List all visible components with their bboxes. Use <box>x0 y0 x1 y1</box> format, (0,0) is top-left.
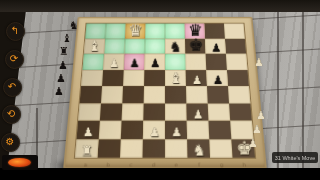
square-e5[interactable]: ♝ <box>165 70 186 86</box>
square-h3[interactable] <box>229 103 252 121</box>
piece-black-pawn-c6[interactable]: ♟ <box>129 58 139 69</box>
piece-white-bishop-e5[interactable]: ♝ <box>169 71 182 86</box>
piece-black-pawn-d6[interactable]: ♟ <box>150 58 160 69</box>
square-d1[interactable] <box>142 139 165 158</box>
piece-black-queen-f8[interactable]: ♛ <box>188 22 202 38</box>
captured-white-pawn: ♟ <box>248 138 258 149</box>
file-label-f: f <box>188 162 211 168</box>
square-g3[interactable] <box>208 103 230 121</box>
square-d8[interactable] <box>145 23 165 38</box>
square-f4[interactable] <box>186 86 208 103</box>
captured-black-pawn: ♟ <box>58 60 68 71</box>
square-f8[interactable]: ♛ <box>185 23 205 38</box>
square-a1[interactable]: ♜ <box>75 139 99 158</box>
file-label-e: e <box>165 162 188 168</box>
square-d6[interactable]: ♟ <box>144 54 165 70</box>
square-a6[interactable] <box>82 54 104 70</box>
square-h6[interactable] <box>226 54 248 70</box>
captured-black-bishop: ♝ <box>62 33 72 44</box>
piece-white-rook-a1[interactable]: ♜ <box>80 144 92 158</box>
watermark-orange-oval <box>8 158 31 167</box>
piece-white-pawn-d2[interactable]: ♟ <box>149 127 160 139</box>
plank-seam <box>302 12 304 168</box>
square-c5[interactable] <box>123 70 144 86</box>
square-a3[interactable] <box>78 103 101 121</box>
square-e6[interactable] <box>165 54 186 70</box>
square-g1[interactable] <box>209 139 232 158</box>
square-e7[interactable]: ♞ <box>165 38 185 53</box>
square-b7[interactable] <box>104 38 125 53</box>
piece-black-knight-e7[interactable]: ♞ <box>169 40 181 54</box>
square-f3[interactable]: ♟ <box>186 103 208 121</box>
square-h5[interactable] <box>227 70 249 86</box>
square-g8[interactable] <box>204 23 225 38</box>
square-g4[interactable] <box>207 86 229 103</box>
square-b2[interactable] <box>99 121 122 139</box>
undo-arrow-icon: ↶ <box>8 82 16 92</box>
board-frame: ♛♛♝♞♚♟♟♟♟♝♟♟♟♟♟♟♜♞♚ abcdefgh <box>63 17 267 169</box>
square-c2[interactable] <box>121 121 143 139</box>
square-b5[interactable] <box>102 70 124 86</box>
square-b6[interactable]: ♟ <box>103 54 124 70</box>
hint-replay-icon: ⟲ <box>7 109 15 119</box>
captured-black-rook: ♜ <box>59 46 69 57</box>
square-h7[interactable] <box>225 38 246 53</box>
piece-white-pawn-b6[interactable]: ♟ <box>108 58 118 69</box>
undo-button[interactable]: ↶ <box>3 78 22 97</box>
square-e8[interactable] <box>165 23 185 38</box>
captured-white-pawn: ♟ <box>254 57 264 68</box>
square-a2[interactable]: ♟ <box>77 121 100 139</box>
square-f1[interactable]: ♞ <box>187 139 210 158</box>
file-label-a: a <box>74 162 97 168</box>
square-h8[interactable] <box>224 23 245 38</box>
piece-white-bishop-a7[interactable]: ♝ <box>87 39 100 53</box>
square-f6[interactable] <box>185 54 206 70</box>
settings-button[interactable]: ⚙ <box>1 133 20 152</box>
restart-icon: ⟳ <box>10 54 18 64</box>
watermark-logo <box>2 155 38 170</box>
square-e4[interactable] <box>165 86 186 103</box>
hint-button[interactable]: ⟲ <box>2 105 21 124</box>
file-label-g: g <box>210 162 233 168</box>
square-d3[interactable] <box>143 103 165 121</box>
piece-white-pawn-f5[interactable]: ♟ <box>191 75 201 86</box>
square-d4[interactable] <box>144 86 165 103</box>
square-b8[interactable] <box>105 23 126 38</box>
letterbox-top <box>0 0 320 12</box>
file-label-c: c <box>120 162 143 168</box>
square-a4[interactable] <box>80 86 102 103</box>
square-e2[interactable]: ♟ <box>165 121 187 139</box>
piece-black-pawn-g7[interactable]: ♟ <box>211 43 221 54</box>
captured-white-pawn: ♟ <box>252 124 262 135</box>
captured-white-pawn: ♟ <box>256 110 266 121</box>
piece-white-pawn-a2[interactable]: ♟ <box>82 127 93 139</box>
piece-black-king-f7[interactable]: ♚ <box>188 37 203 53</box>
square-d2[interactable]: ♟ <box>143 121 165 139</box>
piece-white-pawn-e2[interactable]: ♟ <box>171 127 182 139</box>
plank-seam <box>277 12 279 168</box>
square-d7[interactable] <box>145 38 165 53</box>
captured-black-pawn: ♟ <box>56 73 66 84</box>
return-arrow-icon: ↰ <box>11 26 19 36</box>
file-coordinates: abcdefgh <box>74 162 256 168</box>
captured-black-pawn: ♟ <box>54 86 64 97</box>
square-c7[interactable] <box>124 38 145 53</box>
square-c6[interactable]: ♟ <box>124 54 145 70</box>
square-h4[interactable] <box>228 86 250 103</box>
file-label-b: b <box>97 162 120 168</box>
restart-button[interactable]: ⟳ <box>5 50 24 69</box>
captured-black-knight: ♞ <box>69 20 79 31</box>
move-status-badge: 31 White's Move <box>272 152 318 163</box>
file-label-h: h <box>233 162 256 168</box>
square-b3[interactable] <box>100 103 122 121</box>
square-f7[interactable]: ♚ <box>185 38 206 53</box>
square-b1[interactable] <box>97 139 120 158</box>
square-f2[interactable] <box>187 121 209 139</box>
square-b4[interactable] <box>101 86 123 103</box>
move-status-text: 31 White's Move <box>275 155 315 161</box>
chess-board[interactable]: ♛♛♝♞♚♟♟♟♟♝♟♟♟♟♟♟♜♞♚ <box>75 23 255 157</box>
piece-white-knight-f1[interactable]: ♞ <box>192 143 205 158</box>
back-button[interactable]: ↰ <box>6 22 25 41</box>
square-c8[interactable]: ♛ <box>125 23 145 38</box>
square-e3[interactable] <box>165 103 187 121</box>
square-f5[interactable]: ♟ <box>186 70 207 86</box>
square-e1[interactable] <box>165 139 188 158</box>
square-g5[interactable]: ♟ <box>206 70 228 86</box>
square-c1[interactable] <box>120 139 143 158</box>
square-g2[interactable] <box>208 121 231 139</box>
piece-white-pawn-f3[interactable]: ♟ <box>192 109 203 121</box>
square-d5[interactable] <box>144 70 165 86</box>
square-a7[interactable]: ♝ <box>84 38 105 53</box>
square-a5[interactable] <box>81 70 103 86</box>
square-c4[interactable] <box>122 86 144 103</box>
file-label-d: d <box>142 162 165 168</box>
app-screen: ↰⟳↶⟲⚙ ♛♛♝♞♚♟♟♟♟♝♟♟♟♟♟♟♜♞♚ abcdefgh ♞♝♜♟♟… <box>0 0 320 180</box>
letterbox-bottom <box>0 168 320 180</box>
square-c3[interactable] <box>122 103 144 121</box>
gear-icon: ⚙ <box>6 137 15 147</box>
square-g7[interactable]: ♟ <box>205 38 226 53</box>
piece-black-pawn-g5[interactable]: ♟ <box>212 75 222 86</box>
square-a8[interactable] <box>85 23 106 38</box>
piece-white-queen-c8[interactable]: ♛ <box>128 22 142 38</box>
square-g6[interactable] <box>206 54 227 70</box>
